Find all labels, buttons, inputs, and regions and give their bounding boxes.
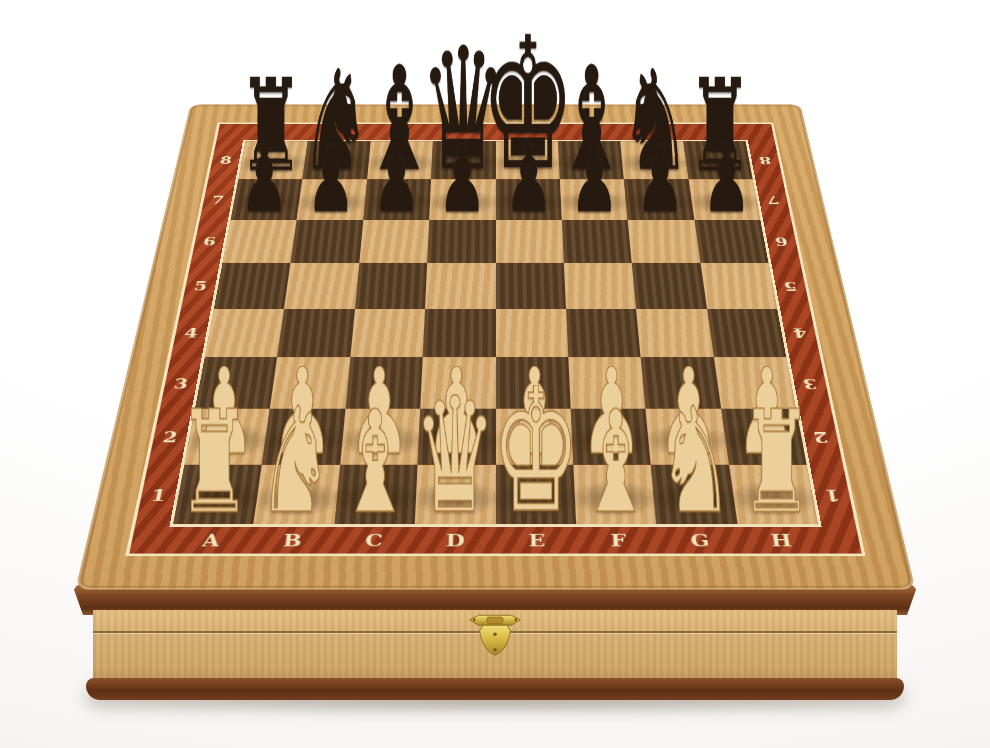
square-h6 [694, 220, 768, 263]
square-g1: ♞ [651, 465, 737, 525]
square-e6 [496, 220, 564, 263]
black-pawn-g7: ♟ [636, 143, 685, 216]
white-knight-g1: ♞ [658, 404, 734, 518]
black-pawn-a7: ♟ [240, 143, 289, 216]
white-rook-h1: ♜ [740, 408, 814, 518]
white-rook-a1: ♜ [178, 408, 252, 518]
square-a1: ♜ [173, 465, 262, 525]
square-a7: ♟ [231, 179, 303, 219]
square-e7: ♟ [496, 179, 562, 219]
brass-clasp-icon [466, 611, 524, 663]
square-a6 [223, 220, 297, 263]
square-d6 [427, 220, 495, 263]
white-bishop-f1: ♝ [579, 408, 653, 518]
black-pawn-d7: ♟ [438, 143, 487, 216]
rank-label-left-5: 5 [193, 279, 209, 291]
square-g6 [628, 220, 700, 263]
square-f6 [562, 220, 632, 263]
square-h1: ♜ [729, 465, 818, 525]
square-c7: ♟ [363, 179, 431, 219]
square-b6 [291, 220, 363, 263]
square-d1: ♛ [415, 465, 496, 525]
rank-label-right-8: 8 [758, 155, 772, 165]
white-queen-d1: ♛ [414, 393, 497, 518]
rank-label-left-6: 6 [202, 235, 217, 247]
rank-label-right-6: 6 [774, 235, 789, 247]
white-king-e1: ♚ [491, 385, 580, 518]
white-bishop-c1: ♝ [338, 408, 412, 518]
square-g7: ♟ [624, 179, 694, 219]
square-d7: ♟ [429, 179, 495, 219]
black-pawn-h7: ♟ [702, 143, 751, 216]
square-e1: ♚ [496, 465, 577, 525]
black-pawn-b7: ♟ [306, 143, 355, 216]
square-c1: ♝ [334, 465, 417, 525]
square-c6 [359, 220, 429, 263]
rank-label-left-7: 7 [211, 194, 225, 205]
chess-board: ♜♞♝♛♚♝♞♜♟♟♟♟♟♟♟♟♟♟♟♟♟♟♟♟♜♞♝♛♚♝♞♜ 8877665… [75, 104, 915, 589]
squares-grid: ♜♞♝♛♚♝♞♜♟♟♟♟♟♟♟♟♟♟♟♟♟♟♟♟♜♞♝♛♚♝♞♜ [169, 140, 821, 527]
rank-label-left-8: 8 [219, 155, 233, 165]
box-base-molding [86, 678, 904, 700]
white-knight-b1: ♞ [257, 404, 333, 518]
square-f7: ♟ [560, 179, 628, 219]
square-b7: ♟ [297, 179, 367, 219]
square-h7: ♟ [688, 179, 760, 219]
rank-label-right-7: 7 [766, 194, 780, 205]
square-b1: ♞ [254, 465, 340, 525]
rank-label-right-5: 5 [783, 279, 799, 291]
black-pawn-e7: ♟ [504, 143, 553, 216]
square-f1: ♝ [573, 465, 656, 525]
black-pawn-f7: ♟ [570, 143, 619, 216]
black-pawn-c7: ♟ [372, 143, 421, 216]
photo-canvas: ♜♞♝♛♚♝♞♜♟♟♟♟♟♟♟♟♟♟♟♟♟♟♟♟♜♞♝♛♚♝♞♜ 8877665… [0, 0, 990, 748]
